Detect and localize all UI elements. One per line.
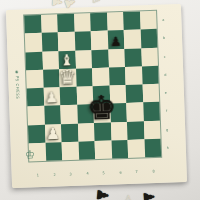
- board-square: [74, 13, 91, 32]
- board-square: [25, 33, 42, 52]
- brand-text: ◉ PS CHESS: [15, 66, 21, 103]
- captured-piece-black: ♟: [94, 188, 110, 200]
- captured-piece-black: ♟: [141, 190, 156, 200]
- chessboard-photo: ♟♝♛♟♚♟ 12345678 abcdefgh ◉ PS CHESS ♔ ♟♟…: [0, 0, 200, 200]
- bottom-coordinate-label: 8: [152, 169, 154, 173]
- board-square: [143, 120, 160, 139]
- right-coordinate-label: a: [162, 18, 164, 22]
- board-square: [123, 11, 140, 30]
- bottom-coordinate-label: 6: [119, 170, 121, 174]
- bottom-coordinate-label: 3: [70, 172, 72, 176]
- board-square: [26, 70, 43, 89]
- bottom-coordinate-label: 5: [103, 171, 105, 175]
- board-square: [111, 140, 128, 159]
- board-square: [107, 30, 124, 49]
- board-square: [42, 51, 59, 70]
- board-square: [60, 87, 77, 106]
- board-square: [93, 86, 110, 105]
- board-square: [41, 33, 58, 52]
- board-square: [140, 29, 157, 48]
- board-square: [91, 31, 108, 50]
- board-square: [142, 84, 159, 103]
- board-square: [45, 142, 62, 161]
- board-square: [60, 105, 77, 124]
- board-square: [95, 140, 112, 159]
- board-square: [124, 30, 141, 49]
- board-square: [124, 48, 141, 67]
- board-square: [43, 87, 60, 106]
- board-square: [74, 31, 91, 50]
- board-square: [125, 66, 142, 85]
- bottom-coordinate-label: 1: [37, 173, 39, 177]
- board-square: [141, 66, 158, 85]
- board-square: [127, 121, 144, 140]
- board-grid: [24, 11, 161, 162]
- right-coordinate-label: g: [166, 127, 168, 131]
- board-square: [140, 11, 157, 30]
- board-square: [44, 124, 61, 143]
- right-coordinate-label: e: [165, 90, 167, 94]
- board-square: [91, 49, 108, 68]
- bottom-coordinate-label: 4: [86, 171, 88, 175]
- board-square: [77, 123, 94, 142]
- board-square: [110, 103, 127, 122]
- board-square: [78, 141, 95, 160]
- right-coordinate-label: f: [166, 109, 167, 113]
- bottom-coordinate-label: 2: [53, 172, 55, 176]
- board-square: [92, 67, 109, 86]
- board-square: [141, 47, 158, 66]
- bottom-coordinate-label: 7: [136, 169, 138, 173]
- board-square: [41, 14, 58, 33]
- vinyl-chess-mat: ♟♝♛♟♚♟ 12345678 abcdefgh ◉ PS CHESS ♔: [6, 4, 187, 188]
- board-square: [126, 84, 143, 103]
- board-square: [57, 14, 74, 33]
- board-square: [44, 106, 61, 125]
- board-square: [76, 68, 93, 87]
- board-square: [25, 51, 42, 70]
- bottom-coordinate-labels: 12345678: [6, 4, 181, 10]
- board-square: [58, 50, 75, 69]
- board-square: [77, 104, 94, 123]
- corner-emblem-icon: ♔: [25, 148, 35, 161]
- board-square: [27, 106, 44, 125]
- board-square: [143, 102, 160, 121]
- board-square: [128, 139, 145, 158]
- right-coordinate-labels: abcdefgh: [6, 4, 181, 10]
- right-coordinate-label: h: [167, 145, 169, 149]
- captured-piece-white: ♙: [91, 0, 100, 4]
- board-square: [62, 141, 79, 160]
- captured-piece-white: ♙: [124, 195, 131, 200]
- board-square: [59, 68, 76, 87]
- board-square: [28, 124, 45, 143]
- right-coordinate-label: d: [164, 72, 166, 76]
- board-square: [110, 121, 127, 140]
- board-square: [93, 104, 110, 123]
- right-coordinate-label: b: [163, 36, 165, 40]
- board-square: [94, 122, 111, 141]
- board-square: [61, 123, 78, 142]
- board-square: [75, 50, 92, 69]
- board-square: [109, 85, 126, 104]
- board-square: [90, 13, 107, 32]
- right-coordinate-label: c: [164, 54, 166, 58]
- board-square: [107, 12, 124, 31]
- board-square: [109, 67, 126, 86]
- board-square: [58, 32, 75, 51]
- board-square: [24, 15, 41, 34]
- board-square: [144, 139, 161, 158]
- board-square: [108, 48, 125, 67]
- board-square: [43, 69, 60, 88]
- board-square: [27, 88, 44, 107]
- board-square: [126, 103, 143, 122]
- board-square: [76, 86, 93, 105]
